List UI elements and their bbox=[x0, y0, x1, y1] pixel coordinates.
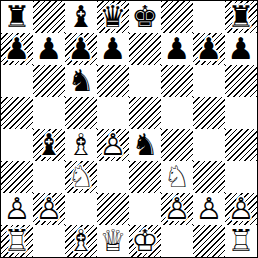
square-f6[interactable] bbox=[161, 65, 193, 97]
square-c4[interactable]: ♝♗ bbox=[65, 129, 97, 161]
white-queen: ♛♕ bbox=[97, 225, 129, 257]
square-e8[interactable]: ♚♚ bbox=[129, 1, 161, 33]
square-a4[interactable] bbox=[1, 129, 33, 161]
black-pawn: ♟♟ bbox=[193, 33, 225, 65]
piece-glyph: ♙ bbox=[97, 129, 129, 161]
square-f8[interactable] bbox=[161, 1, 193, 33]
square-e1[interactable]: ♚♔ bbox=[129, 225, 161, 257]
black-pawn: ♟♟ bbox=[225, 33, 257, 65]
square-c3[interactable]: ♞♘ bbox=[65, 161, 97, 193]
square-e4[interactable]: ♞♞ bbox=[129, 129, 161, 161]
piece-glyph: ♙ bbox=[33, 193, 65, 225]
white-rook: ♜♖ bbox=[1, 225, 33, 257]
square-d4[interactable]: ♟♙ bbox=[97, 129, 129, 161]
piece-glyph: ♗ bbox=[65, 129, 97, 161]
piece-glyph: ♛ bbox=[97, 1, 129, 33]
square-h1[interactable]: ♜♖ bbox=[225, 225, 257, 257]
square-g7[interactable]: ♟♟ bbox=[193, 33, 225, 65]
square-e7[interactable] bbox=[129, 33, 161, 65]
white-pawn: ♟♙ bbox=[33, 193, 65, 225]
square-f4[interactable] bbox=[161, 129, 193, 161]
black-rook: ♜♜ bbox=[1, 1, 33, 33]
piece-glyph: ♟ bbox=[97, 33, 129, 65]
square-g6[interactable] bbox=[193, 65, 225, 97]
square-d7[interactable]: ♟♟ bbox=[97, 33, 129, 65]
square-g3[interactable] bbox=[193, 161, 225, 193]
white-knight: ♞♘ bbox=[161, 161, 193, 193]
square-d1[interactable]: ♛♕ bbox=[97, 225, 129, 257]
piece-glyph: ♜ bbox=[225, 1, 257, 33]
square-g5[interactable] bbox=[193, 97, 225, 129]
square-f1[interactable] bbox=[161, 225, 193, 257]
piece-glyph: ♞ bbox=[65, 65, 97, 97]
white-bishop: ♝♗ bbox=[65, 129, 97, 161]
square-g4[interactable] bbox=[193, 129, 225, 161]
square-g2[interactable]: ♟♙ bbox=[193, 193, 225, 225]
white-pawn: ♟♙ bbox=[193, 193, 225, 225]
piece-glyph: ♟ bbox=[193, 33, 225, 65]
square-e5[interactable] bbox=[129, 97, 161, 129]
square-b1[interactable] bbox=[33, 225, 65, 257]
square-b7[interactable]: ♟♟ bbox=[33, 33, 65, 65]
square-f3[interactable]: ♞♘ bbox=[161, 161, 193, 193]
square-c1[interactable]: ♝♗ bbox=[65, 225, 97, 257]
black-rook: ♜♜ bbox=[225, 1, 257, 33]
piece-glyph: ♟ bbox=[1, 33, 33, 65]
piece-glyph: ♙ bbox=[161, 193, 193, 225]
square-b4[interactable]: ♝♝ bbox=[33, 129, 65, 161]
square-h7[interactable]: ♟♟ bbox=[225, 33, 257, 65]
white-bishop: ♝♗ bbox=[65, 225, 97, 257]
square-b6[interactable] bbox=[33, 65, 65, 97]
white-pawn: ♟♙ bbox=[1, 193, 33, 225]
black-knight: ♞♞ bbox=[129, 129, 161, 161]
square-c6[interactable]: ♞♞ bbox=[65, 65, 97, 97]
square-c5[interactable] bbox=[65, 97, 97, 129]
piece-glyph: ♜ bbox=[1, 1, 33, 33]
square-a5[interactable] bbox=[1, 97, 33, 129]
square-d6[interactable] bbox=[97, 65, 129, 97]
square-h2[interactable]: ♟♙ bbox=[225, 193, 257, 225]
square-f2[interactable]: ♟♙ bbox=[161, 193, 193, 225]
white-pawn: ♟♙ bbox=[97, 129, 129, 161]
piece-glyph: ♞ bbox=[129, 129, 161, 161]
white-pawn: ♟♙ bbox=[225, 193, 257, 225]
square-f5[interactable] bbox=[161, 97, 193, 129]
square-a7[interactable]: ♟♟ bbox=[1, 33, 33, 65]
white-knight: ♞♘ bbox=[65, 161, 97, 193]
black-queen: ♛♛ bbox=[97, 1, 129, 33]
black-bishop: ♝♝ bbox=[33, 129, 65, 161]
square-b3[interactable] bbox=[33, 161, 65, 193]
black-pawn: ♟♟ bbox=[33, 33, 65, 65]
square-d3[interactable] bbox=[97, 161, 129, 193]
black-pawn: ♟♟ bbox=[161, 33, 193, 65]
piece-glyph: ♙ bbox=[193, 193, 225, 225]
piece-glyph: ♕ bbox=[97, 225, 129, 257]
piece-glyph: ♗ bbox=[65, 225, 97, 257]
chess-board: ♜♜♝♝♛♛♚♚♜♜♟♟♟♟♟♟♟♟♟♟♟♟♟♟♞♞♝♝♝♗♟♙♞♞♞♘♞♘♟♙… bbox=[0, 0, 258, 258]
white-pawn: ♟♙ bbox=[161, 193, 193, 225]
square-e2[interactable] bbox=[129, 193, 161, 225]
piece-glyph: ♙ bbox=[225, 193, 257, 225]
piece-glyph: ♝ bbox=[33, 129, 65, 161]
piece-glyph: ♚ bbox=[129, 1, 161, 33]
square-g8[interactable] bbox=[193, 1, 225, 33]
square-h4[interactable] bbox=[225, 129, 257, 161]
square-a3[interactable] bbox=[1, 161, 33, 193]
black-bishop: ♝♝ bbox=[65, 1, 97, 33]
square-a6[interactable] bbox=[1, 65, 33, 97]
piece-glyph: ♖ bbox=[1, 225, 33, 257]
square-c7[interactable]: ♟♟ bbox=[65, 33, 97, 65]
square-b2[interactable]: ♟♙ bbox=[33, 193, 65, 225]
piece-glyph: ♔ bbox=[129, 225, 161, 257]
piece-glyph: ♟ bbox=[161, 33, 193, 65]
square-b8[interactable] bbox=[33, 1, 65, 33]
square-b5[interactable] bbox=[33, 97, 65, 129]
black-knight: ♞♞ bbox=[65, 65, 97, 97]
square-c2[interactable] bbox=[65, 193, 97, 225]
white-rook: ♜♖ bbox=[225, 225, 257, 257]
piece-glyph: ♙ bbox=[1, 193, 33, 225]
piece-glyph: ♘ bbox=[161, 161, 193, 193]
piece-glyph: ♟ bbox=[33, 33, 65, 65]
square-e3[interactable] bbox=[129, 161, 161, 193]
piece-glyph: ♘ bbox=[65, 161, 97, 193]
piece-glyph: ♖ bbox=[225, 225, 257, 257]
square-h8[interactable]: ♜♜ bbox=[225, 1, 257, 33]
square-d5[interactable] bbox=[97, 97, 129, 129]
black-pawn: ♟♟ bbox=[97, 33, 129, 65]
square-a1[interactable]: ♜♖ bbox=[1, 225, 33, 257]
square-a2[interactable]: ♟♙ bbox=[1, 193, 33, 225]
square-e6[interactable] bbox=[129, 65, 161, 97]
square-f7[interactable]: ♟♟ bbox=[161, 33, 193, 65]
piece-glyph: ♝ bbox=[65, 1, 97, 33]
square-a8[interactable]: ♜♜ bbox=[1, 1, 33, 33]
piece-glyph: ♟ bbox=[65, 33, 97, 65]
square-d8[interactable]: ♛♛ bbox=[97, 1, 129, 33]
square-h3[interactable] bbox=[225, 161, 257, 193]
square-h6[interactable] bbox=[225, 65, 257, 97]
black-pawn: ♟♟ bbox=[65, 33, 97, 65]
square-c8[interactable]: ♝♝ bbox=[65, 1, 97, 33]
piece-glyph: ♟ bbox=[225, 33, 257, 65]
black-pawn: ♟♟ bbox=[1, 33, 33, 65]
white-king: ♚♔ bbox=[129, 225, 161, 257]
square-d2[interactable] bbox=[97, 193, 129, 225]
square-h5[interactable] bbox=[225, 97, 257, 129]
black-king: ♚♚ bbox=[129, 1, 161, 33]
square-g1[interactable] bbox=[193, 225, 225, 257]
